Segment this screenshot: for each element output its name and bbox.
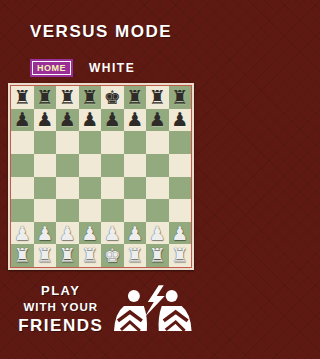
cta-line-3: FRIENDS [8, 315, 113, 337]
board-square[interactable] [34, 154, 57, 177]
chess-piece-wp: ♟ [126, 224, 143, 243]
chess-piece-wr: ♜ [59, 246, 76, 265]
board-square[interactable] [169, 199, 192, 222]
chess-piece-br: ♜ [171, 88, 188, 107]
board-square[interactable]: ♚ [101, 86, 124, 109]
board-square[interactable] [169, 177, 192, 200]
board-square[interactable] [11, 131, 34, 154]
board-square[interactable]: ♜ [79, 244, 102, 267]
board-square[interactable]: ♟ [169, 109, 192, 132]
home-button[interactable]: HOME [30, 59, 73, 77]
board-square[interactable] [101, 131, 124, 154]
board-square[interactable] [11, 177, 34, 200]
chess-piece-bp: ♟ [59, 110, 76, 129]
board-square[interactable] [124, 131, 147, 154]
board-square[interactable] [124, 154, 147, 177]
cta-line-1: PLAY [8, 283, 113, 300]
board-square[interactable] [169, 131, 192, 154]
board-square[interactable] [79, 154, 102, 177]
board-square[interactable] [101, 199, 124, 222]
chess-piece-wr: ♜ [14, 246, 31, 265]
chess-piece-br: ♜ [81, 88, 98, 107]
board-square[interactable]: ♜ [146, 244, 169, 267]
board-square[interactable] [146, 131, 169, 154]
board-square[interactable] [56, 154, 79, 177]
cta-line-2: WITH YOUR [8, 300, 113, 315]
board-square[interactable] [146, 199, 169, 222]
chess-piece-bk: ♚ [104, 88, 121, 107]
board-square[interactable] [169, 154, 192, 177]
chess-piece-wp: ♟ [14, 224, 31, 243]
chess-piece-bp: ♟ [149, 110, 166, 129]
chess-piece-bp: ♟ [14, 110, 31, 129]
board-square[interactable]: ♟ [101, 109, 124, 132]
chess-piece-wp: ♟ [104, 224, 121, 243]
board-square[interactable]: ♟ [124, 109, 147, 132]
chess-piece-wr: ♜ [126, 246, 143, 265]
board-frame: ♜♜♜♜♚♜♜♜♟♟♟♟♟♟♟♟♟♟♟♟♟♟♟♟♜♜♜♜♚♜♜♜ [8, 83, 194, 270]
chess-piece-bp: ♟ [126, 110, 143, 129]
play-with-friends-banner[interactable]: PLAY WITH YOUR FRIENDS [0, 283, 202, 337]
board-square[interactable] [79, 199, 102, 222]
board-square[interactable]: ♜ [34, 86, 57, 109]
header: VERSUS MODE [0, 0, 202, 42]
board-square[interactable] [34, 177, 57, 200]
board-square[interactable]: ♟ [124, 222, 147, 245]
board-square[interactable]: ♟ [56, 222, 79, 245]
chess-piece-wr: ♜ [171, 246, 188, 265]
board-square[interactable] [56, 199, 79, 222]
chess-board[interactable]: ♜♜♜♜♚♜♜♜♟♟♟♟♟♟♟♟♟♟♟♟♟♟♟♟♜♜♜♜♚♜♜♜ [11, 86, 191, 267]
board-square[interactable]: ♟ [169, 222, 192, 245]
board-square[interactable]: ♜ [11, 86, 34, 109]
chess-piece-br: ♜ [149, 88, 166, 107]
board-square[interactable]: ♟ [79, 109, 102, 132]
board-square[interactable] [124, 177, 147, 200]
player-left-icon [114, 290, 147, 331]
board-square[interactable]: ♟ [79, 222, 102, 245]
chess-piece-wp: ♟ [171, 224, 188, 243]
board-square[interactable] [146, 154, 169, 177]
board-square[interactable]: ♜ [169, 244, 192, 267]
chess-piece-br: ♜ [14, 88, 31, 107]
board-square[interactable] [146, 177, 169, 200]
board-square[interactable] [101, 177, 124, 200]
page-title: VERSUS MODE [30, 22, 172, 41]
board-square[interactable] [11, 154, 34, 177]
chess-piece-bp: ♟ [36, 110, 53, 129]
versus-mode-screen: { "game": "chess", "app": { "title": "VE… [0, 0, 202, 359]
chess-piece-wr: ♜ [36, 246, 53, 265]
board-square[interactable]: ♜ [11, 244, 34, 267]
board-square[interactable] [79, 131, 102, 154]
board-square[interactable]: ♟ [101, 222, 124, 245]
board-square[interactable]: ♜ [124, 86, 147, 109]
chess-piece-br: ♜ [36, 88, 53, 107]
board-square[interactable] [56, 177, 79, 200]
board-square[interactable] [34, 131, 57, 154]
chess-piece-wp: ♟ [149, 224, 166, 243]
chess-piece-wp: ♟ [36, 224, 53, 243]
board-square[interactable]: ♜ [34, 244, 57, 267]
turn-indicator: WHITE [89, 61, 135, 75]
board-square[interactable] [56, 131, 79, 154]
board-square[interactable]: ♟ [146, 222, 169, 245]
chess-piece-wk: ♚ [104, 246, 121, 265]
chess-piece-bp: ♟ [171, 110, 188, 129]
board-square[interactable]: ♟ [146, 109, 169, 132]
board-square[interactable] [79, 177, 102, 200]
chess-piece-bp: ♟ [81, 110, 98, 129]
board-square[interactable] [34, 199, 57, 222]
board-square[interactable]: ♟ [11, 109, 34, 132]
board-square[interactable] [11, 199, 34, 222]
chess-piece-wr: ♜ [81, 246, 98, 265]
chess-piece-wp: ♟ [81, 224, 98, 243]
toolbar: HOME WHITE [30, 59, 135, 77]
board-square[interactable]: ♟ [11, 222, 34, 245]
board-square[interactable]: ♜ [146, 86, 169, 109]
chess-piece-br: ♜ [126, 88, 143, 107]
chess-piece-wp: ♟ [59, 224, 76, 243]
board-square[interactable]: ♜ [124, 244, 147, 267]
friends-battle-icon [113, 285, 193, 335]
board-square[interactable] [124, 199, 147, 222]
chess-piece-bp: ♟ [104, 110, 121, 129]
chess-piece-wr: ♜ [149, 246, 166, 265]
board-square[interactable]: ♜ [169, 86, 192, 109]
board-square[interactable]: ♟ [34, 109, 57, 132]
board-square[interactable]: ♚ [101, 244, 124, 267]
cta-text: PLAY WITH YOUR FRIENDS [8, 283, 113, 337]
board-square[interactable]: ♜ [79, 86, 102, 109]
board-square[interactable]: ♟ [56, 109, 79, 132]
board-square[interactable] [101, 154, 124, 177]
chess-piece-br: ♜ [59, 88, 76, 107]
board-square[interactable]: ♟ [34, 222, 57, 245]
board-square[interactable]: ♜ [56, 86, 79, 109]
board-square[interactable]: ♜ [56, 244, 79, 267]
